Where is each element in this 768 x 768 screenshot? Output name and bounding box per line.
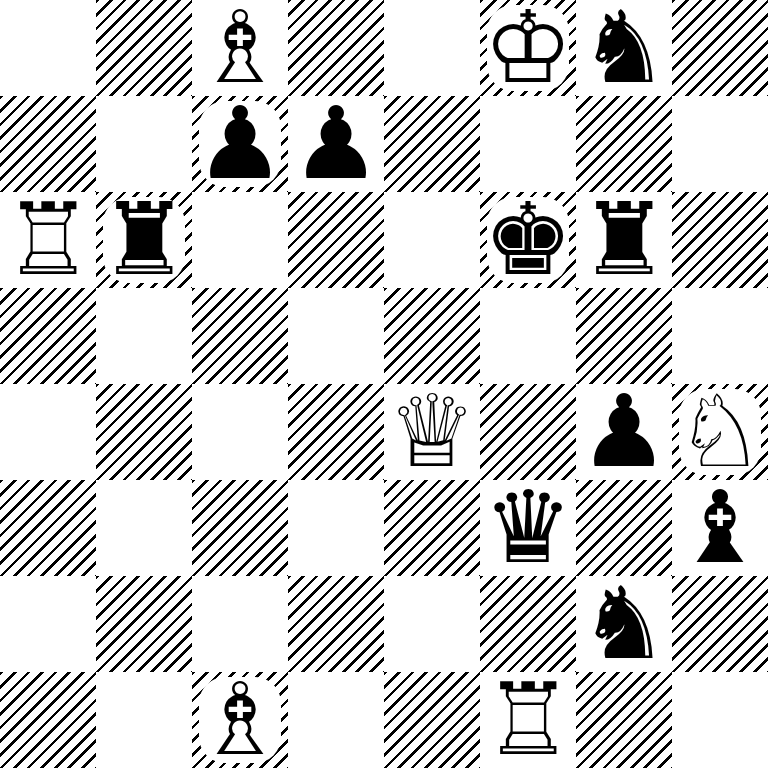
square-d4[interactable] xyxy=(288,384,384,480)
square-g7[interactable] xyxy=(576,96,672,192)
black-bishop: ♝ xyxy=(672,480,768,576)
black-pawn: ♟ xyxy=(288,96,384,192)
square-d1[interactable] xyxy=(288,672,384,768)
square-e8[interactable] xyxy=(384,0,480,96)
black-king: ♚ xyxy=(480,192,576,288)
square-c5[interactable] xyxy=(192,288,288,384)
square-a7[interactable] xyxy=(0,96,96,192)
square-a1[interactable] xyxy=(0,672,96,768)
square-h3[interactable]: ♝ xyxy=(672,480,768,576)
square-a6[interactable]: ♖ xyxy=(0,192,96,288)
square-d3[interactable] xyxy=(288,480,384,576)
black-knight: ♞ xyxy=(576,0,672,96)
square-f5[interactable] xyxy=(480,288,576,384)
white-rook: ♖ xyxy=(0,192,96,288)
white-rook: ♖ xyxy=(480,672,576,768)
square-h1[interactable] xyxy=(672,672,768,768)
square-c2[interactable] xyxy=(192,576,288,672)
square-d5[interactable] xyxy=(288,288,384,384)
square-f6[interactable]: ♚ xyxy=(480,192,576,288)
square-e3[interactable] xyxy=(384,480,480,576)
square-f4[interactable] xyxy=(480,384,576,480)
square-g3[interactable] xyxy=(576,480,672,576)
square-g4[interactable]: ♟ xyxy=(576,384,672,480)
square-b7[interactable] xyxy=(96,96,192,192)
square-b6[interactable]: ♜ xyxy=(96,192,192,288)
white-bishop: ♗ xyxy=(192,0,288,96)
black-pawn: ♟ xyxy=(192,96,288,192)
square-h6[interactable] xyxy=(672,192,768,288)
square-f8[interactable]: ♔ xyxy=(480,0,576,96)
square-b3[interactable] xyxy=(96,480,192,576)
square-g1[interactable] xyxy=(576,672,672,768)
square-h5[interactable] xyxy=(672,288,768,384)
square-d7[interactable]: ♟ xyxy=(288,96,384,192)
white-knight: ♘ xyxy=(672,384,768,480)
square-c6[interactable] xyxy=(192,192,288,288)
chess-board: ♗♔♞♟♟♖♜♚♜♕♟♘♛♝♞♗♖ xyxy=(0,0,768,768)
square-d2[interactable] xyxy=(288,576,384,672)
white-king: ♔ xyxy=(480,0,576,96)
square-e6[interactable] xyxy=(384,192,480,288)
square-h4[interactable]: ♘ xyxy=(672,384,768,480)
white-queen: ♕ xyxy=(384,384,480,480)
square-c4[interactable] xyxy=(192,384,288,480)
square-b8[interactable] xyxy=(96,0,192,96)
square-e7[interactable] xyxy=(384,96,480,192)
square-e5[interactable] xyxy=(384,288,480,384)
square-b1[interactable] xyxy=(96,672,192,768)
square-a2[interactable] xyxy=(0,576,96,672)
square-g8[interactable]: ♞ xyxy=(576,0,672,96)
square-h2[interactable] xyxy=(672,576,768,672)
black-pawn: ♟ xyxy=(576,384,672,480)
white-bishop: ♗ xyxy=(192,672,288,768)
square-d8[interactable] xyxy=(288,0,384,96)
square-a3[interactable] xyxy=(0,480,96,576)
square-a8[interactable] xyxy=(0,0,96,96)
square-h7[interactable] xyxy=(672,96,768,192)
black-knight: ♞ xyxy=(576,576,672,672)
square-e1[interactable] xyxy=(384,672,480,768)
square-d6[interactable] xyxy=(288,192,384,288)
square-f7[interactable] xyxy=(480,96,576,192)
square-c7[interactable]: ♟ xyxy=(192,96,288,192)
square-f2[interactable] xyxy=(480,576,576,672)
square-g2[interactable]: ♞ xyxy=(576,576,672,672)
square-g6[interactable]: ♜ xyxy=(576,192,672,288)
square-c1[interactable]: ♗ xyxy=(192,672,288,768)
square-f1[interactable]: ♖ xyxy=(480,672,576,768)
square-h8[interactable] xyxy=(672,0,768,96)
square-c3[interactable] xyxy=(192,480,288,576)
black-rook: ♜ xyxy=(96,192,192,288)
square-a5[interactable] xyxy=(0,288,96,384)
square-b4[interactable] xyxy=(96,384,192,480)
square-f3[interactable]: ♛ xyxy=(480,480,576,576)
square-g5[interactable] xyxy=(576,288,672,384)
square-a4[interactable] xyxy=(0,384,96,480)
square-e4[interactable]: ♕ xyxy=(384,384,480,480)
black-queen: ♛ xyxy=(480,480,576,576)
square-b2[interactable] xyxy=(96,576,192,672)
square-e2[interactable] xyxy=(384,576,480,672)
square-c8[interactable]: ♗ xyxy=(192,0,288,96)
black-rook: ♜ xyxy=(576,192,672,288)
square-b5[interactable] xyxy=(96,288,192,384)
